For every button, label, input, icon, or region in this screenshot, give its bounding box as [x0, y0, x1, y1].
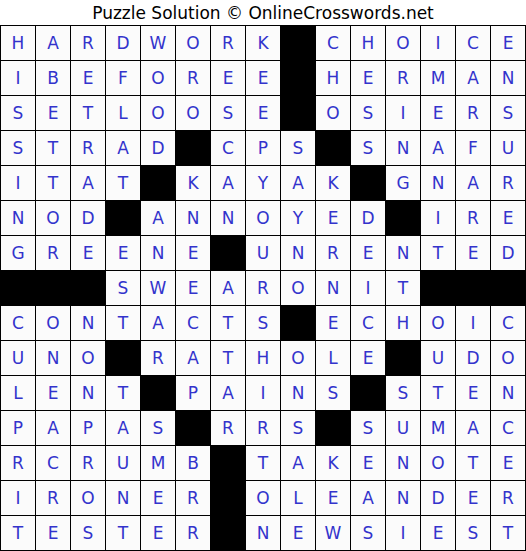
cell-r14c11: A: [351, 481, 386, 516]
cell-r15c2: E: [36, 516, 71, 551]
cell-r3c15: S: [491, 96, 526, 131]
cell-r11c12: S: [386, 376, 421, 411]
cell-r8c8: R: [246, 271, 281, 306]
cell-r11c14: E: [456, 376, 491, 411]
cell-r2c6: R: [176, 61, 211, 96]
cell-r11c9: N: [281, 376, 316, 411]
cell-r1c15: E: [491, 26, 526, 61]
cell-r8c5: W: [141, 271, 176, 306]
cell-r1c7: R: [211, 26, 246, 61]
block-cell-r10c4: [106, 341, 141, 376]
cell-r12c3: P: [71, 411, 106, 446]
block-cell-r2c9: [281, 61, 316, 96]
cell-r13c15: E: [491, 446, 526, 481]
cell-r1c5: W: [141, 26, 176, 61]
cell-r2c5: O: [141, 61, 176, 96]
cell-r4c2: T: [36, 131, 71, 166]
cell-r4c7: C: [211, 131, 246, 166]
block-cell-r8c3: [71, 271, 106, 306]
cell-r6c7: N: [211, 201, 246, 236]
cell-r13c13: O: [421, 446, 456, 481]
block-cell-r8c1: [1, 271, 36, 306]
cell-r1c11: H: [351, 26, 386, 61]
block-cell-r12c6: [176, 411, 211, 446]
cell-r5c12: G: [386, 166, 421, 201]
cell-r8c6: E: [176, 271, 211, 306]
cell-r4c12: N: [386, 131, 421, 166]
cell-r12c5: S: [141, 411, 176, 446]
cell-r7c12: N: [386, 236, 421, 271]
cell-r11c7: A: [211, 376, 246, 411]
cell-r10c3: O: [71, 341, 106, 376]
cell-r4c5: D: [141, 131, 176, 166]
cell-r4c9: S: [281, 131, 316, 166]
cell-r4c15: U: [491, 131, 526, 166]
cell-r13c3: R: [71, 446, 106, 481]
cell-r8c12: T: [386, 271, 421, 306]
cell-r3c12: I: [386, 96, 421, 131]
block-cell-r13c7: [211, 446, 246, 481]
cell-r3c13: E: [421, 96, 456, 131]
cell-r15c9: E: [281, 516, 316, 551]
cell-r9c14: I: [456, 306, 491, 341]
cell-r11c1: L: [1, 376, 36, 411]
cell-r14c1: I: [1, 481, 36, 516]
cell-r8c4: S: [106, 271, 141, 306]
cell-r3c14: R: [456, 96, 491, 131]
cell-r1c2: A: [36, 26, 71, 61]
cell-r15c5: E: [141, 516, 176, 551]
cell-r1c6: O: [176, 26, 211, 61]
cell-r7c2: R: [36, 236, 71, 271]
cell-r7c13: T: [421, 236, 456, 271]
block-cell-r10c12: [386, 341, 421, 376]
cell-r13c14: T: [456, 446, 491, 481]
cell-r1c12: O: [386, 26, 421, 61]
cell-r8c11: I: [351, 271, 386, 306]
cell-r6c6: N: [176, 201, 211, 236]
cell-r11c6: P: [176, 376, 211, 411]
cell-r9c12: H: [386, 306, 421, 341]
cell-r15c4: T: [106, 516, 141, 551]
cell-r14c4: N: [106, 481, 141, 516]
cell-r9c2: O: [36, 306, 71, 341]
cell-r15c10: W: [316, 516, 351, 551]
cell-r15c8: N: [246, 516, 281, 551]
cell-r3c5: O: [141, 96, 176, 131]
block-cell-r12c10: [316, 411, 351, 446]
cell-r13c1: R: [1, 446, 36, 481]
cell-r2c10: H: [316, 61, 351, 96]
block-cell-r8c15: [491, 271, 526, 306]
cell-r15c11: S: [351, 516, 386, 551]
cell-r7c4: E: [106, 236, 141, 271]
cell-r10c11: E: [351, 341, 386, 376]
cell-r9c1: C: [1, 306, 36, 341]
cell-r3c7: S: [211, 96, 246, 131]
cell-r14c14: E: [456, 481, 491, 516]
block-cell-r15c7: [211, 516, 246, 551]
cell-r14c10: E: [316, 481, 351, 516]
cell-r9c8: S: [246, 306, 281, 341]
cell-r2c2: B: [36, 61, 71, 96]
cell-r12c12: U: [386, 411, 421, 446]
block-cell-r4c10: [316, 131, 351, 166]
block-cell-r1c9: [281, 26, 316, 61]
cell-r12c7: R: [211, 411, 246, 446]
block-cell-r5c5: [141, 166, 176, 201]
block-cell-r6c4: [106, 201, 141, 236]
cell-r8c9: O: [281, 271, 316, 306]
cell-r15c6: R: [176, 516, 211, 551]
cell-r9c5: A: [141, 306, 176, 341]
block-cell-r3c9: [281, 96, 316, 131]
cell-r1c8: K: [246, 26, 281, 61]
cell-r12c8: R: [246, 411, 281, 446]
cell-r7c15: D: [491, 236, 526, 271]
cell-r3c6: O: [176, 96, 211, 131]
cell-r4c13: A: [421, 131, 456, 166]
puzzle-solution-page: Puzzle Solution © OnlineCrosswords.net H…: [0, 0, 526, 551]
cell-r12c13: M: [421, 411, 456, 446]
cell-r6c2: O: [36, 201, 71, 236]
cell-r1c13: I: [421, 26, 456, 61]
cell-r5c9: A: [281, 166, 316, 201]
block-cell-r11c5: [141, 376, 176, 411]
block-cell-r11c11: [351, 376, 386, 411]
cell-r6c5: A: [141, 201, 176, 236]
cell-r14c12: N: [386, 481, 421, 516]
cell-r5c3: A: [71, 166, 106, 201]
cell-r13c11: E: [351, 446, 386, 481]
cell-r13c12: N: [386, 446, 421, 481]
cell-r3c2: E: [36, 96, 71, 131]
cell-r4c14: F: [456, 131, 491, 166]
cell-r12c15: C: [491, 411, 526, 446]
block-cell-r7c7: [211, 236, 246, 271]
cell-r15c1: T: [1, 516, 36, 551]
cell-r4c3: R: [71, 131, 106, 166]
cell-r11c10: S: [316, 376, 351, 411]
cell-r7c10: R: [316, 236, 351, 271]
cell-r5c10: K: [316, 166, 351, 201]
cell-r2c3: E: [71, 61, 106, 96]
cell-r1c4: D: [106, 26, 141, 61]
cell-r12c1: P: [1, 411, 36, 446]
cell-r6c3: D: [71, 201, 106, 236]
cell-r1c10: C: [316, 26, 351, 61]
cell-r1c3: R: [71, 26, 106, 61]
cell-r6c14: R: [456, 201, 491, 236]
cell-r1c14: C: [456, 26, 491, 61]
cell-r11c15: N: [491, 376, 526, 411]
cell-r12c9: S: [281, 411, 316, 446]
cell-r15c14: S: [456, 516, 491, 551]
cell-r2c14: A: [456, 61, 491, 96]
cell-r2c4: F: [106, 61, 141, 96]
cell-r7c14: E: [456, 236, 491, 271]
cell-r2c1: I: [1, 61, 36, 96]
cell-r7c6: E: [176, 236, 211, 271]
cell-r7c1: G: [1, 236, 36, 271]
cell-r9c11: C: [351, 306, 386, 341]
cell-r12c4: A: [106, 411, 141, 446]
cell-r3c3: T: [71, 96, 106, 131]
cell-r6c13: I: [421, 201, 456, 236]
cell-r13c9: A: [281, 446, 316, 481]
cell-r6c11: D: [351, 201, 386, 236]
block-cell-r8c2: [36, 271, 71, 306]
cell-r2c13: M: [421, 61, 456, 96]
cell-r1c1: H: [1, 26, 36, 61]
cell-r5c13: N: [421, 166, 456, 201]
block-cell-r8c13: [421, 271, 456, 306]
block-cell-r6c12: [386, 201, 421, 236]
cell-r14c13: D: [421, 481, 456, 516]
cell-r9c4: T: [106, 306, 141, 341]
cell-r4c1: S: [1, 131, 36, 166]
cell-r6c15: E: [491, 201, 526, 236]
block-cell-r5c11: [351, 166, 386, 201]
cell-r2c11: E: [351, 61, 386, 96]
cell-r3c10: O: [316, 96, 351, 131]
block-cell-r4c6: [176, 131, 211, 166]
cell-r5c7: A: [211, 166, 246, 201]
cell-r13c8: T: [246, 446, 281, 481]
cell-r11c3: N: [71, 376, 106, 411]
cell-r9c15: C: [491, 306, 526, 341]
cell-r6c9: Y: [281, 201, 316, 236]
cell-r4c8: P: [246, 131, 281, 166]
cell-r14c3: O: [71, 481, 106, 516]
cell-r5c2: T: [36, 166, 71, 201]
cell-r9c6: C: [176, 306, 211, 341]
cell-r8c10: N: [316, 271, 351, 306]
cell-r11c4: T: [106, 376, 141, 411]
cell-r4c11: S: [351, 131, 386, 166]
cell-r2c8: E: [246, 61, 281, 96]
cell-r10c10: L: [316, 341, 351, 376]
cell-r14c9: L: [281, 481, 316, 516]
cell-r14c8: O: [246, 481, 281, 516]
cell-r10c7: T: [211, 341, 246, 376]
block-cell-r8c14: [456, 271, 491, 306]
cell-r4c4: A: [106, 131, 141, 166]
cell-r5c15: R: [491, 166, 526, 201]
cell-r7c11: E: [351, 236, 386, 271]
cell-r10c5: R: [141, 341, 176, 376]
cell-r14c6: R: [176, 481, 211, 516]
cell-r9c13: O: [421, 306, 456, 341]
cell-r7c8: U: [246, 236, 281, 271]
cell-r8c7: A: [211, 271, 246, 306]
cell-r2c7: E: [211, 61, 246, 96]
cell-r7c9: N: [281, 236, 316, 271]
cell-r12c11: S: [351, 411, 386, 446]
cell-r3c4: L: [106, 96, 141, 131]
cell-r10c8: H: [246, 341, 281, 376]
cell-r10c9: O: [281, 341, 316, 376]
block-cell-r9c9: [281, 306, 316, 341]
cell-r7c5: N: [141, 236, 176, 271]
cell-r10c1: U: [1, 341, 36, 376]
block-cell-r14c7: [211, 481, 246, 516]
cell-r10c15: O: [491, 341, 526, 376]
cell-r9c3: N: [71, 306, 106, 341]
cell-r10c2: N: [36, 341, 71, 376]
cell-r3c1: S: [1, 96, 36, 131]
crossword-grid: HARDWORKCHOICEIBEFOREEHERMANSETLOOSEOSIE…: [0, 25, 526, 551]
cell-r6c1: N: [1, 201, 36, 236]
cell-r15c15: T: [491, 516, 526, 551]
cell-r5c4: T: [106, 166, 141, 201]
cell-r13c4: U: [106, 446, 141, 481]
cell-r5c6: K: [176, 166, 211, 201]
cell-r15c12: I: [386, 516, 421, 551]
cell-r15c3: S: [71, 516, 106, 551]
cell-r6c10: E: [316, 201, 351, 236]
cell-r11c8: I: [246, 376, 281, 411]
cell-r14c15: R: [491, 481, 526, 516]
cell-r14c2: R: [36, 481, 71, 516]
cell-r2c15: N: [491, 61, 526, 96]
cell-r13c2: C: [36, 446, 71, 481]
cell-r15c13: E: [421, 516, 456, 551]
page-title: Puzzle Solution © OnlineCrosswords.net: [0, 0, 526, 25]
cell-r7c3: E: [71, 236, 106, 271]
cell-r12c14: A: [456, 411, 491, 446]
cell-r9c10: E: [316, 306, 351, 341]
cell-r9c7: T: [211, 306, 246, 341]
cell-r6c8: O: [246, 201, 281, 236]
cell-r10c13: U: [421, 341, 456, 376]
cell-r5c1: I: [1, 166, 36, 201]
cell-r5c14: A: [456, 166, 491, 201]
cell-r13c5: M: [141, 446, 176, 481]
cell-r11c2: E: [36, 376, 71, 411]
cell-r2c12: R: [386, 61, 421, 96]
cell-r10c14: D: [456, 341, 491, 376]
cell-r10c6: A: [176, 341, 211, 376]
cell-r3c11: S: [351, 96, 386, 131]
cell-r5c8: Y: [246, 166, 281, 201]
cell-r12c2: A: [36, 411, 71, 446]
cell-r3c8: E: [246, 96, 281, 131]
cell-r13c10: K: [316, 446, 351, 481]
cell-r11c13: T: [421, 376, 456, 411]
cell-r14c5: E: [141, 481, 176, 516]
cell-r13c6: B: [176, 446, 211, 481]
